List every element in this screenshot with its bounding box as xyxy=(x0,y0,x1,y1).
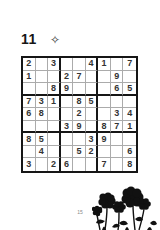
sudoku-cell-r5c2[interactable]: 8 xyxy=(36,108,49,121)
sudoku-cell-r5c8[interactable]: 3 xyxy=(111,108,124,121)
sudoku-cell-r1c8[interactable] xyxy=(111,58,124,71)
sudoku-cell-r2c6[interactable] xyxy=(86,71,99,84)
sudoku-cell-r5c1[interactable]: 6 xyxy=(23,108,36,121)
sudoku-cell-r8c8[interactable] xyxy=(111,146,124,159)
sudoku-cell-r6c5[interactable]: 9 xyxy=(73,121,86,134)
sudoku-cell-r3c4[interactable]: 9 xyxy=(61,83,74,96)
sudoku-cell-r1c1[interactable]: 2 xyxy=(23,58,36,71)
sudoku-cell-r3c8[interactable]: 6 xyxy=(111,83,124,96)
sudoku-cell-r1c6[interactable]: 4 xyxy=(86,58,99,71)
sudoku-cell-r8c1[interactable] xyxy=(23,146,36,159)
flower-silhouette-image xyxy=(92,183,158,230)
sudoku-cell-r4c4[interactable] xyxy=(61,96,74,109)
sudoku-cell-r1c5[interactable] xyxy=(73,58,86,71)
sudoku-cell-r3c7[interactable] xyxy=(98,83,111,96)
sudoku-cell-r9c5[interactable] xyxy=(73,158,86,171)
sudoku-cell-r7c3[interactable] xyxy=(48,133,61,146)
sudoku-cell-r9c3[interactable]: 2 xyxy=(48,158,61,171)
sudoku-cell-r4c2[interactable]: 3 xyxy=(36,96,49,109)
sudoku-cell-r8c4[interactable] xyxy=(61,146,74,159)
sudoku-cell-r8c6[interactable]: 2 xyxy=(86,146,99,159)
sudoku-cell-r7c4[interactable] xyxy=(61,133,74,146)
sudoku-cell-r9c4[interactable]: 6 xyxy=(61,158,74,171)
sudoku-cell-r5c9[interactable]: 4 xyxy=(123,108,136,121)
sudoku-grid: 2341712798965731856823439871853945263267… xyxy=(21,56,138,173)
sudoku-cell-r7c6[interactable]: 3 xyxy=(86,133,99,146)
page-number: 15 xyxy=(70,209,90,215)
sudoku-cell-r1c3[interactable]: 3 xyxy=(48,58,61,71)
sudoku-cell-r3c3[interactable]: 8 xyxy=(48,83,61,96)
sudoku-cell-r5c4[interactable] xyxy=(61,108,74,121)
sudoku-cell-r2c1[interactable]: 1 xyxy=(23,71,36,84)
sudoku-cell-r4c7[interactable] xyxy=(98,96,111,109)
sudoku-cell-r9c2[interactable] xyxy=(36,158,49,171)
sudoku-cell-r7c1[interactable]: 8 xyxy=(23,133,36,146)
sudoku-cell-r7c5[interactable] xyxy=(73,133,86,146)
sudoku-cell-r5c5[interactable]: 2 xyxy=(73,108,86,121)
sudoku-cell-r9c6[interactable] xyxy=(86,158,99,171)
sudoku-cell-r6c6[interactable] xyxy=(86,121,99,134)
sudoku-cell-r7c9[interactable] xyxy=(123,133,136,146)
sudoku-cell-r9c9[interactable]: 8 xyxy=(123,158,136,171)
sudoku-cell-r1c2[interactable] xyxy=(36,58,49,71)
sudoku-cell-r8c7[interactable] xyxy=(98,146,111,159)
sudoku-cell-r4c8[interactable] xyxy=(111,96,124,109)
sudoku-cell-r5c7[interactable] xyxy=(98,108,111,121)
sudoku-cell-r7c7[interactable]: 9 xyxy=(98,133,111,146)
sudoku-cell-r4c3[interactable]: 1 xyxy=(48,96,61,109)
sudoku-cell-r1c4[interactable] xyxy=(61,58,74,71)
sudoku-cell-r4c9[interactable] xyxy=(123,96,136,109)
sudoku-cell-r4c1[interactable]: 7 xyxy=(23,96,36,109)
sudoku-cell-r9c8[interactable] xyxy=(111,158,124,171)
sudoku-cell-r2c9[interactable] xyxy=(123,71,136,84)
sudoku-cell-r2c4[interactable]: 2 xyxy=(61,71,74,84)
sudoku-cell-r6c7[interactable]: 8 xyxy=(98,121,111,134)
sudoku-cell-r2c5[interactable]: 7 xyxy=(73,71,86,84)
sudoku-cell-r6c8[interactable]: 7 xyxy=(111,121,124,134)
sudoku-cell-r6c2[interactable] xyxy=(36,121,49,134)
sudoku-cell-r9c7[interactable]: 7 xyxy=(98,158,111,171)
sudoku-cell-r9c1[interactable]: 3 xyxy=(23,158,36,171)
sudoku-cell-r3c1[interactable] xyxy=(23,83,36,96)
sudoku-cell-r8c5[interactable]: 5 xyxy=(73,146,86,159)
sudoku-cell-r3c9[interactable]: 5 xyxy=(123,83,136,96)
sudoku-cell-r8c3[interactable] xyxy=(48,146,61,159)
sudoku-cell-r3c5[interactable] xyxy=(73,83,86,96)
sudoku-cell-r4c5[interactable]: 8 xyxy=(73,96,86,109)
sudoku-cell-r1c9[interactable]: 7 xyxy=(123,58,136,71)
sudoku-cell-r2c2[interactable] xyxy=(36,71,49,84)
sudoku-cell-r2c3[interactable] xyxy=(48,71,61,84)
book-page: 11 ✧ 23417127989657318568234398718539452… xyxy=(0,0,160,230)
sudoku-cell-r4c6[interactable]: 5 xyxy=(86,96,99,109)
sudoku-cell-r3c6[interactable] xyxy=(86,83,99,96)
sudoku-cell-r6c4[interactable]: 3 xyxy=(61,121,74,134)
sudoku-cell-r1c7[interactable]: 1 xyxy=(98,58,111,71)
sudoku-cell-r2c8[interactable]: 9 xyxy=(111,71,124,84)
sudoku-cell-r6c9[interactable]: 1 xyxy=(123,121,136,134)
sudoku-cell-r6c3[interactable] xyxy=(48,121,61,134)
sudoku-cell-r6c1[interactable] xyxy=(23,121,36,134)
sudoku-cell-r8c2[interactable]: 4 xyxy=(36,146,49,159)
sudoku-cell-r5c6[interactable] xyxy=(86,108,99,121)
sudoku-cell-r2c7[interactable] xyxy=(98,71,111,84)
sudoku-cell-r7c8[interactable] xyxy=(111,133,124,146)
sudoku-cell-r3c2[interactable] xyxy=(36,83,49,96)
sudoku-cell-r8c9[interactable]: 6 xyxy=(123,146,136,159)
puzzle-number: 11 xyxy=(21,31,37,47)
four-pointed-star-icon: ✧ xyxy=(50,33,60,47)
sudoku-cell-r7c2[interactable]: 5 xyxy=(36,133,49,146)
sudoku-cell-r5c3[interactable] xyxy=(48,108,61,121)
